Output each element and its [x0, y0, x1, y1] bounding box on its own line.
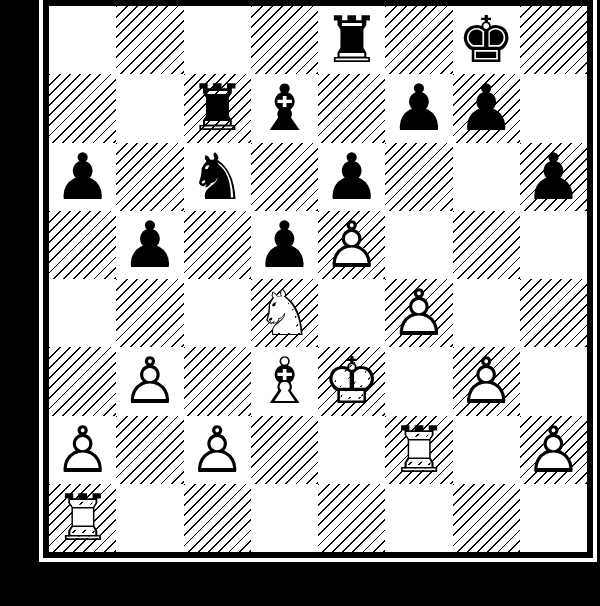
- square-e7[interactable]: [318, 74, 385, 142]
- piece-black-pawn[interactable]: ♟: [457, 76, 514, 140]
- square-g7[interactable]: ♟: [453, 74, 520, 142]
- square-d8[interactable]: [251, 6, 318, 74]
- piece-white-king[interactable]: ♚♔: [323, 349, 380, 413]
- piece-black-pawn[interactable]: ♟: [121, 213, 178, 277]
- page-background: ♜♚♜♝♟♟♟♞♟♟♟♟♟♙♞♘♟♙♟♙♝♗♚♔♟♙♟♙♟♙♜♖♟♙♜♖: [0, 0, 600, 606]
- piece-black-rook[interactable]: ♜: [323, 8, 380, 72]
- piece-outline-layer: ♙: [457, 349, 514, 413]
- square-h3[interactable]: [520, 347, 587, 415]
- square-f8[interactable]: [385, 6, 452, 74]
- square-g2[interactable]: [453, 416, 520, 484]
- square-e4[interactable]: [318, 279, 385, 347]
- square-c1[interactable]: [184, 484, 251, 552]
- piece-outline-layer: ♔: [323, 349, 380, 413]
- piece-white-pawn[interactable]: ♟♙: [54, 418, 111, 482]
- square-b1[interactable]: [116, 484, 183, 552]
- square-g1[interactable]: [453, 484, 520, 552]
- square-d6[interactable]: [251, 143, 318, 211]
- square-f6[interactable]: [385, 143, 452, 211]
- piece-white-pawn[interactable]: ♟♙: [457, 349, 514, 413]
- square-a6[interactable]: ♟: [49, 143, 116, 211]
- square-c2[interactable]: ♟♙: [184, 416, 251, 484]
- square-a3[interactable]: [49, 347, 116, 415]
- square-h6[interactable]: ♟: [520, 143, 587, 211]
- square-c6[interactable]: ♞: [184, 143, 251, 211]
- square-e5[interactable]: ♟♙: [318, 211, 385, 279]
- square-d4[interactable]: ♞♘: [251, 279, 318, 347]
- square-a8[interactable]: [49, 6, 116, 74]
- square-a5[interactable]: [49, 211, 116, 279]
- piece-outline-layer: ♙: [54, 418, 111, 482]
- square-a7[interactable]: [49, 74, 116, 142]
- piece-white-pawn[interactable]: ♟♙: [323, 213, 380, 277]
- board-sheet: ♜♚♜♝♟♟♟♞♟♟♟♟♟♙♞♘♟♙♟♙♝♗♚♔♟♙♟♙♟♙♜♖♟♙♜♖: [39, 0, 597, 562]
- square-h1[interactable]: [520, 484, 587, 552]
- square-f7[interactable]: ♟: [385, 74, 452, 142]
- piece-outline-layer: ♖: [390, 418, 447, 482]
- piece-black-pawn[interactable]: ♟: [54, 145, 111, 209]
- square-b5[interactable]: ♟: [116, 211, 183, 279]
- square-h8[interactable]: [520, 6, 587, 74]
- square-g8[interactable]: ♚: [453, 6, 520, 74]
- square-f2[interactable]: ♜♖: [385, 416, 452, 484]
- chess-board-frame: ♜♚♜♝♟♟♟♞♟♟♟♟♟♙♞♘♟♙♟♙♝♗♚♔♟♙♟♙♟♙♜♖♟♙♜♖: [43, 0, 593, 558]
- square-e3[interactable]: ♚♔: [318, 347, 385, 415]
- piece-white-pawn[interactable]: ♟♙: [525, 418, 582, 482]
- square-f4[interactable]: ♟♙: [385, 279, 452, 347]
- square-g3[interactable]: ♟♙: [453, 347, 520, 415]
- piece-white-bishop[interactable]: ♝♗: [256, 349, 313, 413]
- square-c5[interactable]: [184, 211, 251, 279]
- square-e1[interactable]: [318, 484, 385, 552]
- piece-black-king[interactable]: ♚: [457, 8, 514, 72]
- piece-white-knight[interactable]: ♞♘: [256, 281, 313, 345]
- square-b7[interactable]: [116, 74, 183, 142]
- square-f5[interactable]: [385, 211, 452, 279]
- piece-outline-layer: ♗: [256, 349, 313, 413]
- piece-outline-layer: ♘: [256, 281, 313, 345]
- square-c4[interactable]: [184, 279, 251, 347]
- square-g4[interactable]: [453, 279, 520, 347]
- piece-black-pawn[interactable]: ♟: [323, 145, 380, 209]
- piece-black-pawn[interactable]: ♟: [256, 213, 313, 277]
- piece-outline-layer: ♖: [54, 486, 111, 550]
- square-b8[interactable]: [116, 6, 183, 74]
- square-e8[interactable]: ♜: [318, 6, 385, 74]
- square-d1[interactable]: [251, 484, 318, 552]
- square-b2[interactable]: [116, 416, 183, 484]
- piece-black-knight[interactable]: ♞: [188, 145, 245, 209]
- square-e2[interactable]: [318, 416, 385, 484]
- square-b6[interactable]: [116, 143, 183, 211]
- piece-white-rook[interactable]: ♜♖: [54, 486, 111, 550]
- square-g6[interactable]: [453, 143, 520, 211]
- square-g5[interactable]: [453, 211, 520, 279]
- piece-black-pawn[interactable]: ♟: [525, 145, 582, 209]
- piece-white-pawn[interactable]: ♟♙: [188, 418, 245, 482]
- square-e6[interactable]: ♟: [318, 143, 385, 211]
- square-c3[interactable]: [184, 347, 251, 415]
- square-d7[interactable]: ♝: [251, 74, 318, 142]
- square-d3[interactable]: ♝♗: [251, 347, 318, 415]
- piece-white-pawn[interactable]: ♟♙: [390, 281, 447, 345]
- square-h4[interactable]: [520, 279, 587, 347]
- square-h2[interactable]: ♟♙: [520, 416, 587, 484]
- piece-black-pawn[interactable]: ♟: [390, 76, 447, 140]
- square-c7[interactable]: ♜: [184, 74, 251, 142]
- piece-outline-layer: ♙: [323, 213, 380, 277]
- square-d5[interactable]: ♟: [251, 211, 318, 279]
- square-a1[interactable]: ♜♖: [49, 484, 116, 552]
- piece-outline-layer: ♙: [525, 418, 582, 482]
- square-b3[interactable]: ♟♙: [116, 347, 183, 415]
- square-f3[interactable]: [385, 347, 452, 415]
- square-h7[interactable]: [520, 74, 587, 142]
- piece-outline-layer: ♙: [390, 281, 447, 345]
- square-b4[interactable]: [116, 279, 183, 347]
- square-f1[interactable]: [385, 484, 452, 552]
- chess-board: ♜♚♜♝♟♟♟♞♟♟♟♟♟♙♞♘♟♙♟♙♝♗♚♔♟♙♟♙♟♙♜♖♟♙♜♖: [49, 6, 587, 552]
- piece-outline-layer: ♙: [188, 418, 245, 482]
- square-a2[interactable]: ♟♙: [49, 416, 116, 484]
- piece-black-bishop[interactable]: ♝: [256, 76, 313, 140]
- square-a4[interactable]: [49, 279, 116, 347]
- square-h5[interactable]: [520, 211, 587, 279]
- piece-outline-layer: ♙: [121, 349, 178, 413]
- square-c8[interactable]: [184, 6, 251, 74]
- piece-white-rook[interactable]: ♜♖: [390, 418, 447, 482]
- piece-white-pawn[interactable]: ♟♙: [121, 349, 178, 413]
- square-d2[interactable]: [251, 416, 318, 484]
- piece-black-rook[interactable]: ♜: [188, 76, 245, 140]
